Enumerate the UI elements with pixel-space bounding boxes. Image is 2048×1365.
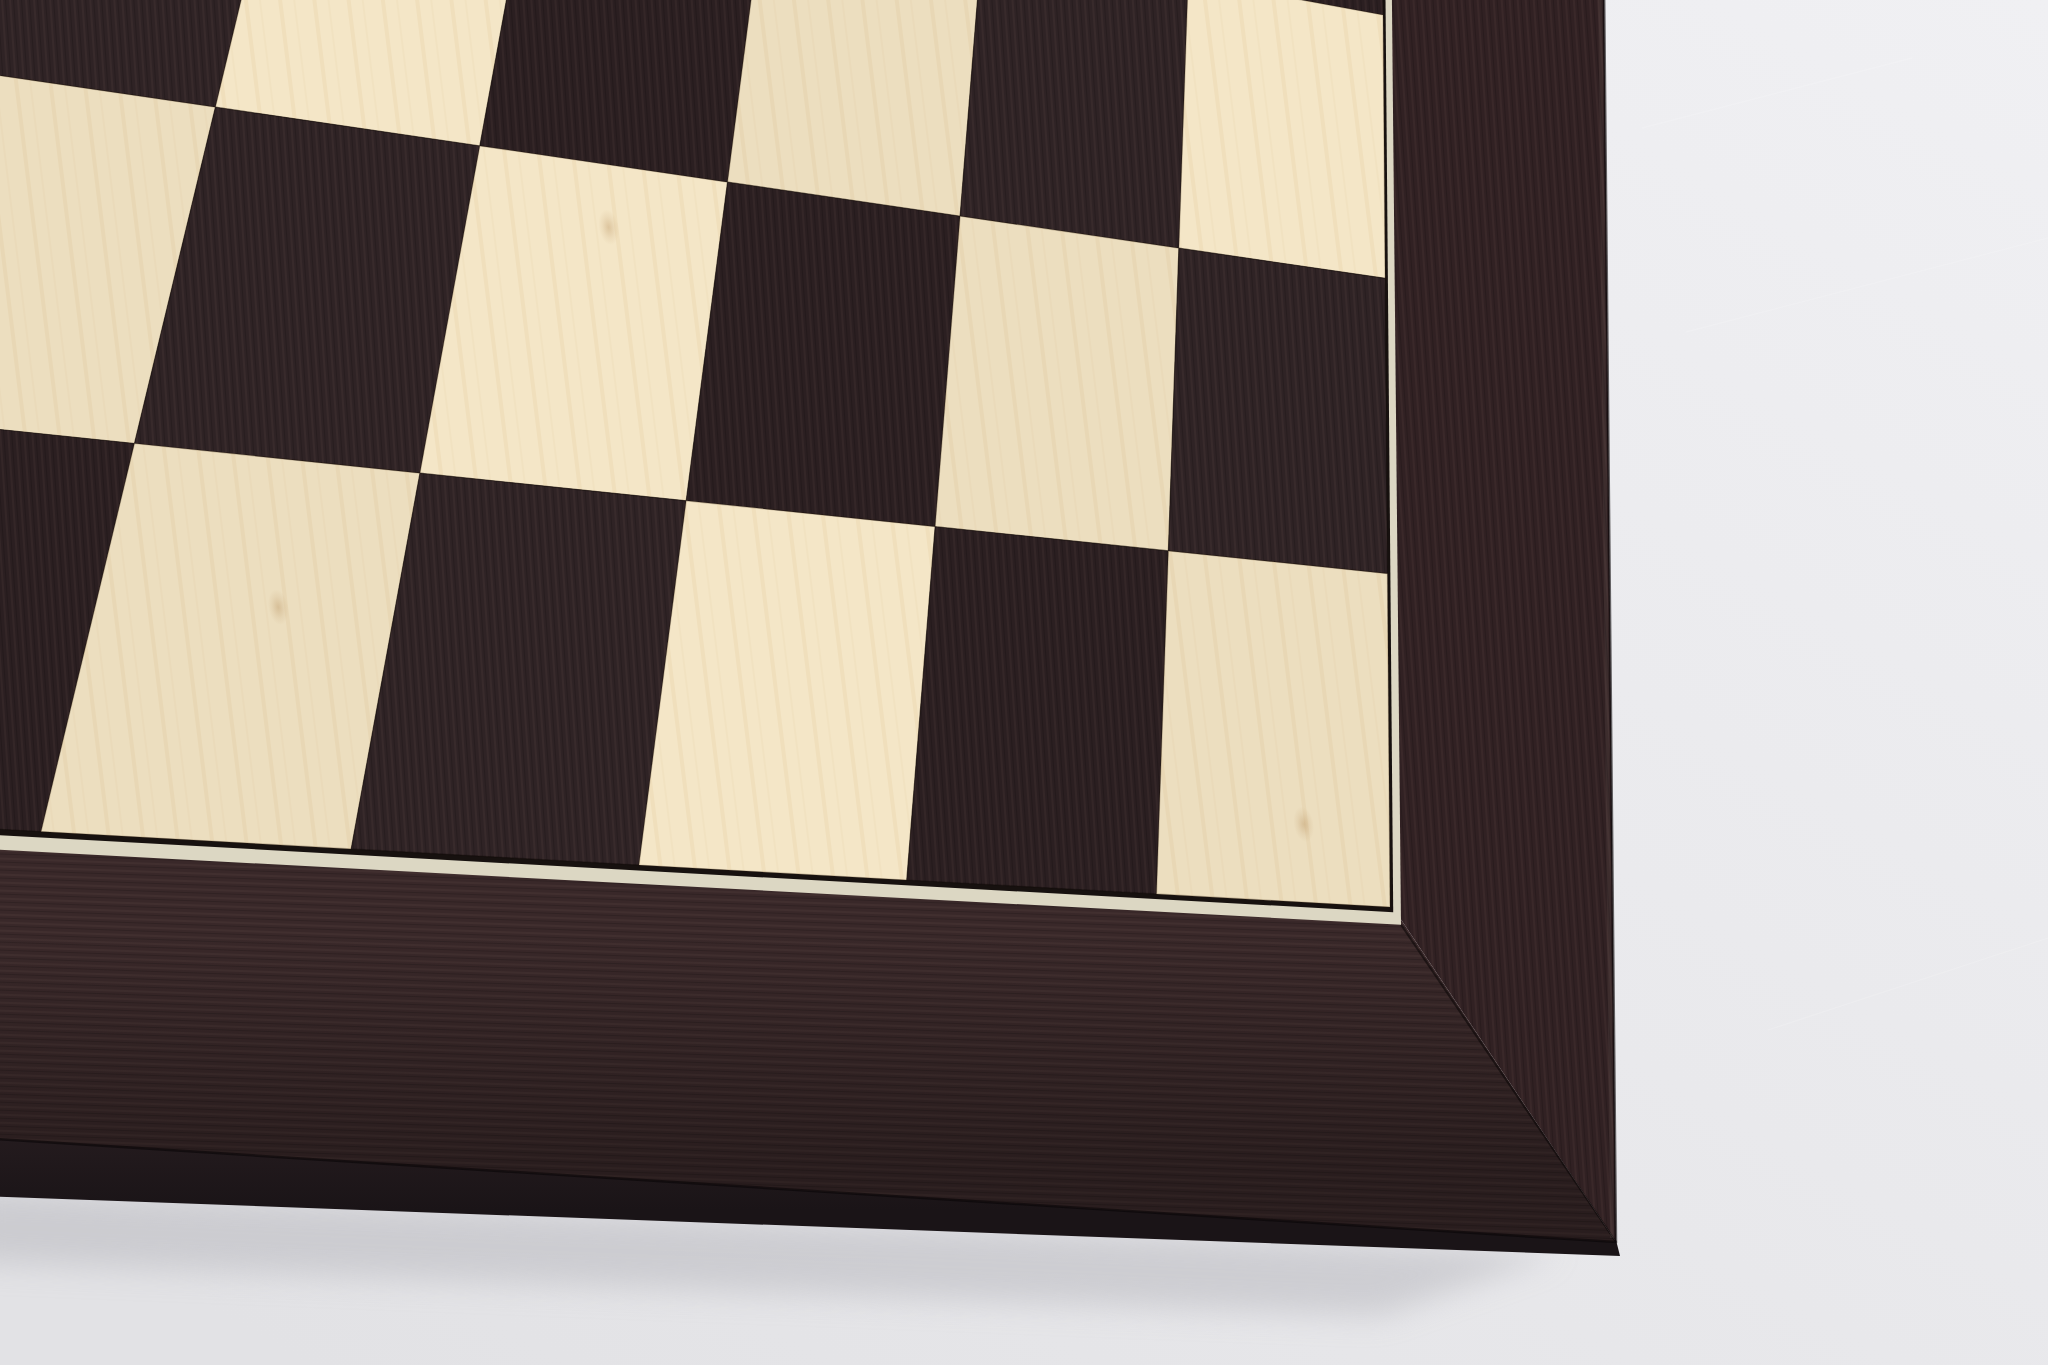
square-grain-g2 — [935, 216, 1179, 551]
square-grain-f1 — [639, 501, 935, 880]
square-grain-g3 — [960, 0, 1188, 248]
square-grain-h3 — [1179, 0, 1385, 278]
squares-grid — [0, 0, 1390, 907]
chessboard-photo — [0, 0, 2048, 1365]
square-grain-g1 — [907, 527, 1169, 894]
chessboard-photo-svg — [0, 0, 2048, 1365]
square-grain-h2 — [1168, 248, 1387, 573]
square-grain-f3 — [728, 0, 983, 216]
square-grain-f2 — [686, 182, 960, 527]
square-grain-h1 — [1156, 551, 1390, 907]
